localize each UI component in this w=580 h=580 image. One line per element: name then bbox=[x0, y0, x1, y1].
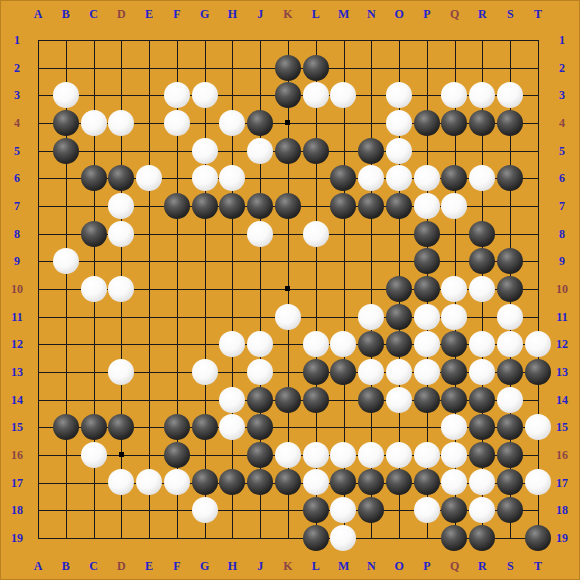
cell-P3[interactable] bbox=[413, 81, 441, 109]
cell-T16[interactable] bbox=[524, 441, 552, 469]
cell-A11[interactable] bbox=[24, 303, 52, 331]
cell-K3[interactable] bbox=[274, 81, 302, 109]
cell-R9[interactable] bbox=[468, 247, 496, 275]
cell-L19[interactable] bbox=[302, 524, 330, 552]
cell-T17[interactable] bbox=[524, 469, 552, 497]
cell-D4[interactable] bbox=[107, 109, 135, 137]
cell-O2[interactable] bbox=[385, 54, 413, 82]
cell-L6[interactable] bbox=[302, 164, 330, 192]
cell-C4[interactable] bbox=[80, 109, 108, 137]
cell-S14[interactable] bbox=[496, 386, 524, 414]
cell-G18[interactable] bbox=[191, 496, 219, 524]
cell-G17[interactable] bbox=[191, 469, 219, 497]
cell-T3[interactable] bbox=[524, 81, 552, 109]
cell-H16[interactable] bbox=[218, 441, 246, 469]
cell-S8[interactable] bbox=[496, 220, 524, 248]
cell-M14[interactable] bbox=[330, 386, 358, 414]
cell-K10[interactable] bbox=[274, 275, 302, 303]
cell-N16[interactable] bbox=[357, 441, 385, 469]
cell-K4[interactable] bbox=[274, 109, 302, 137]
cell-R1[interactable] bbox=[468, 26, 496, 54]
cell-C2[interactable] bbox=[80, 54, 108, 82]
cell-K16[interactable] bbox=[274, 441, 302, 469]
cell-G14[interactable] bbox=[191, 386, 219, 414]
cell-O8[interactable] bbox=[385, 220, 413, 248]
cell-E12[interactable] bbox=[135, 330, 163, 358]
cell-D2[interactable] bbox=[107, 54, 135, 82]
cell-L2[interactable] bbox=[302, 54, 330, 82]
cell-G1[interactable] bbox=[191, 26, 219, 54]
cell-G9[interactable] bbox=[191, 247, 219, 275]
cell-N12[interactable] bbox=[357, 330, 385, 358]
cell-T6[interactable] bbox=[524, 164, 552, 192]
cell-E14[interactable] bbox=[135, 386, 163, 414]
cell-K17[interactable] bbox=[274, 469, 302, 497]
cell-J10[interactable] bbox=[246, 275, 274, 303]
cell-K13[interactable] bbox=[274, 358, 302, 386]
cell-J6[interactable] bbox=[246, 164, 274, 192]
cell-M11[interactable] bbox=[330, 303, 358, 331]
cell-Q17[interactable] bbox=[441, 469, 469, 497]
cell-A12[interactable] bbox=[24, 330, 52, 358]
cell-R3[interactable] bbox=[468, 81, 496, 109]
cell-H17[interactable] bbox=[218, 469, 246, 497]
cell-J12[interactable] bbox=[246, 330, 274, 358]
cell-O16[interactable] bbox=[385, 441, 413, 469]
cell-R12[interactable] bbox=[468, 330, 496, 358]
cell-K5[interactable] bbox=[274, 137, 302, 165]
cell-S18[interactable] bbox=[496, 496, 524, 524]
cell-F17[interactable] bbox=[163, 469, 191, 497]
cell-F10[interactable] bbox=[163, 275, 191, 303]
cell-G13[interactable] bbox=[191, 358, 219, 386]
cell-J17[interactable] bbox=[246, 469, 274, 497]
cell-Q14[interactable] bbox=[441, 386, 469, 414]
cell-D12[interactable] bbox=[107, 330, 135, 358]
cell-B8[interactable] bbox=[52, 220, 80, 248]
cell-M2[interactable] bbox=[330, 54, 358, 82]
cell-H4[interactable] bbox=[218, 109, 246, 137]
cell-F18[interactable] bbox=[163, 496, 191, 524]
cell-E4[interactable] bbox=[135, 109, 163, 137]
cell-J18[interactable] bbox=[246, 496, 274, 524]
cell-H6[interactable] bbox=[218, 164, 246, 192]
cell-E6[interactable] bbox=[135, 164, 163, 192]
cell-S9[interactable] bbox=[496, 247, 524, 275]
cell-F16[interactable] bbox=[163, 441, 191, 469]
cell-A14[interactable] bbox=[24, 386, 52, 414]
cell-M4[interactable] bbox=[330, 109, 358, 137]
cell-P13[interactable] bbox=[413, 358, 441, 386]
cell-A2[interactable] bbox=[24, 54, 52, 82]
cell-C3[interactable] bbox=[80, 81, 108, 109]
cell-M15[interactable] bbox=[330, 413, 358, 441]
cell-N1[interactable] bbox=[357, 26, 385, 54]
cell-T8[interactable] bbox=[524, 220, 552, 248]
cell-P11[interactable] bbox=[413, 303, 441, 331]
cell-T19[interactable] bbox=[524, 524, 552, 552]
cell-L5[interactable] bbox=[302, 137, 330, 165]
cell-C10[interactable] bbox=[80, 275, 108, 303]
cell-Q18[interactable] bbox=[441, 496, 469, 524]
cell-R7[interactable] bbox=[468, 192, 496, 220]
cell-P19[interactable] bbox=[413, 524, 441, 552]
cell-A19[interactable] bbox=[24, 524, 52, 552]
cell-P14[interactable] bbox=[413, 386, 441, 414]
cell-T14[interactable] bbox=[524, 386, 552, 414]
cell-T13[interactable] bbox=[524, 358, 552, 386]
cell-C19[interactable] bbox=[80, 524, 108, 552]
cell-M9[interactable] bbox=[330, 247, 358, 275]
cell-B4[interactable] bbox=[52, 109, 80, 137]
cell-M19[interactable] bbox=[330, 524, 358, 552]
cell-F8[interactable] bbox=[163, 220, 191, 248]
cell-K12[interactable] bbox=[274, 330, 302, 358]
cell-P18[interactable] bbox=[413, 496, 441, 524]
cell-K11[interactable] bbox=[274, 303, 302, 331]
cell-L12[interactable] bbox=[302, 330, 330, 358]
cell-S10[interactable] bbox=[496, 275, 524, 303]
cell-C6[interactable] bbox=[80, 164, 108, 192]
cell-R2[interactable] bbox=[468, 54, 496, 82]
cell-H12[interactable] bbox=[218, 330, 246, 358]
cell-Q16[interactable] bbox=[441, 441, 469, 469]
cell-P6[interactable] bbox=[413, 164, 441, 192]
cell-F5[interactable] bbox=[163, 137, 191, 165]
cell-Q12[interactable] bbox=[441, 330, 469, 358]
cell-K9[interactable] bbox=[274, 247, 302, 275]
cell-N6[interactable] bbox=[357, 164, 385, 192]
cell-B1[interactable] bbox=[52, 26, 80, 54]
cell-A18[interactable] bbox=[24, 496, 52, 524]
cell-K19[interactable] bbox=[274, 524, 302, 552]
cell-E10[interactable] bbox=[135, 275, 163, 303]
cell-N19[interactable] bbox=[357, 524, 385, 552]
cell-K7[interactable] bbox=[274, 192, 302, 220]
cell-L3[interactable] bbox=[302, 81, 330, 109]
cell-S4[interactable] bbox=[496, 109, 524, 137]
cell-Q19[interactable] bbox=[441, 524, 469, 552]
cell-G7[interactable] bbox=[191, 192, 219, 220]
cell-D16[interactable] bbox=[107, 441, 135, 469]
cell-T11[interactable] bbox=[524, 303, 552, 331]
cell-P9[interactable] bbox=[413, 247, 441, 275]
cell-A17[interactable] bbox=[24, 469, 52, 497]
cell-D10[interactable] bbox=[107, 275, 135, 303]
cell-C12[interactable] bbox=[80, 330, 108, 358]
cell-H2[interactable] bbox=[218, 54, 246, 82]
cell-A6[interactable] bbox=[24, 164, 52, 192]
cell-S11[interactable] bbox=[496, 303, 524, 331]
cell-J5[interactable] bbox=[246, 137, 274, 165]
cell-H1[interactable] bbox=[218, 26, 246, 54]
cell-O3[interactable] bbox=[385, 81, 413, 109]
cell-N4[interactable] bbox=[357, 109, 385, 137]
cell-O7[interactable] bbox=[385, 192, 413, 220]
cell-O12[interactable] bbox=[385, 330, 413, 358]
cell-L10[interactable] bbox=[302, 275, 330, 303]
cell-Q11[interactable] bbox=[441, 303, 469, 331]
cell-M16[interactable] bbox=[330, 441, 358, 469]
cell-M1[interactable] bbox=[330, 26, 358, 54]
cell-T12[interactable] bbox=[524, 330, 552, 358]
cell-F13[interactable] bbox=[163, 358, 191, 386]
cell-N14[interactable] bbox=[357, 386, 385, 414]
cell-E9[interactable] bbox=[135, 247, 163, 275]
cell-A9[interactable] bbox=[24, 247, 52, 275]
cell-D1[interactable] bbox=[107, 26, 135, 54]
cell-S19[interactable] bbox=[496, 524, 524, 552]
cell-G6[interactable] bbox=[191, 164, 219, 192]
cell-B14[interactable] bbox=[52, 386, 80, 414]
cell-Q7[interactable] bbox=[441, 192, 469, 220]
cell-O14[interactable] bbox=[385, 386, 413, 414]
cell-T2[interactable] bbox=[524, 54, 552, 82]
cell-D5[interactable] bbox=[107, 137, 135, 165]
cell-J11[interactable] bbox=[246, 303, 274, 331]
cell-S1[interactable] bbox=[496, 26, 524, 54]
cell-N8[interactable] bbox=[357, 220, 385, 248]
cell-B9[interactable] bbox=[52, 247, 80, 275]
cell-E8[interactable] bbox=[135, 220, 163, 248]
cell-J9[interactable] bbox=[246, 247, 274, 275]
cell-H9[interactable] bbox=[218, 247, 246, 275]
cell-S15[interactable] bbox=[496, 413, 524, 441]
cell-N18[interactable] bbox=[357, 496, 385, 524]
cell-T7[interactable] bbox=[524, 192, 552, 220]
cell-N11[interactable] bbox=[357, 303, 385, 331]
cell-H19[interactable] bbox=[218, 524, 246, 552]
cell-P16[interactable] bbox=[413, 441, 441, 469]
cell-P1[interactable] bbox=[413, 26, 441, 54]
cell-P2[interactable] bbox=[413, 54, 441, 82]
cell-B11[interactable] bbox=[52, 303, 80, 331]
cell-M5[interactable] bbox=[330, 137, 358, 165]
cell-O18[interactable] bbox=[385, 496, 413, 524]
cell-N13[interactable] bbox=[357, 358, 385, 386]
cell-B16[interactable] bbox=[52, 441, 80, 469]
cell-N2[interactable] bbox=[357, 54, 385, 82]
cell-N17[interactable] bbox=[357, 469, 385, 497]
cell-L9[interactable] bbox=[302, 247, 330, 275]
cell-L7[interactable] bbox=[302, 192, 330, 220]
cell-F19[interactable] bbox=[163, 524, 191, 552]
cell-D19[interactable] bbox=[107, 524, 135, 552]
cell-D15[interactable] bbox=[107, 413, 135, 441]
cell-L13[interactable] bbox=[302, 358, 330, 386]
cell-G16[interactable] bbox=[191, 441, 219, 469]
cell-S16[interactable] bbox=[496, 441, 524, 469]
cell-O6[interactable] bbox=[385, 164, 413, 192]
cell-T4[interactable] bbox=[524, 109, 552, 137]
cell-B5[interactable] bbox=[52, 137, 80, 165]
cell-K1[interactable] bbox=[274, 26, 302, 54]
cell-D11[interactable] bbox=[107, 303, 135, 331]
cell-N3[interactable] bbox=[357, 81, 385, 109]
cell-B19[interactable] bbox=[52, 524, 80, 552]
cell-A1[interactable] bbox=[24, 26, 52, 54]
cell-F15[interactable] bbox=[163, 413, 191, 441]
cell-G15[interactable] bbox=[191, 413, 219, 441]
cell-O4[interactable] bbox=[385, 109, 413, 137]
cell-E11[interactable] bbox=[135, 303, 163, 331]
cell-H10[interactable] bbox=[218, 275, 246, 303]
cell-G5[interactable] bbox=[191, 137, 219, 165]
cell-H14[interactable] bbox=[218, 386, 246, 414]
cell-K2[interactable] bbox=[274, 54, 302, 82]
cell-F12[interactable] bbox=[163, 330, 191, 358]
cell-B13[interactable] bbox=[52, 358, 80, 386]
cell-M10[interactable] bbox=[330, 275, 358, 303]
cell-M8[interactable] bbox=[330, 220, 358, 248]
cell-T10[interactable] bbox=[524, 275, 552, 303]
cell-Q1[interactable] bbox=[441, 26, 469, 54]
cell-R13[interactable] bbox=[468, 358, 496, 386]
cell-K6[interactable] bbox=[274, 164, 302, 192]
cell-S17[interactable] bbox=[496, 469, 524, 497]
cell-B2[interactable] bbox=[52, 54, 80, 82]
cell-E18[interactable] bbox=[135, 496, 163, 524]
cell-A4[interactable] bbox=[24, 109, 52, 137]
cell-Q15[interactable] bbox=[441, 413, 469, 441]
cell-R15[interactable] bbox=[468, 413, 496, 441]
cell-P12[interactable] bbox=[413, 330, 441, 358]
cell-Q4[interactable] bbox=[441, 109, 469, 137]
cell-P15[interactable] bbox=[413, 413, 441, 441]
cell-E13[interactable] bbox=[135, 358, 163, 386]
cell-B10[interactable] bbox=[52, 275, 80, 303]
cell-O5[interactable] bbox=[385, 137, 413, 165]
cell-R10[interactable] bbox=[468, 275, 496, 303]
cell-Q3[interactable] bbox=[441, 81, 469, 109]
cell-D3[interactable] bbox=[107, 81, 135, 109]
cell-J2[interactable] bbox=[246, 54, 274, 82]
cell-F11[interactable] bbox=[163, 303, 191, 331]
cell-A15[interactable] bbox=[24, 413, 52, 441]
cell-Q2[interactable] bbox=[441, 54, 469, 82]
cell-R19[interactable] bbox=[468, 524, 496, 552]
cell-A5[interactable] bbox=[24, 137, 52, 165]
cell-E5[interactable] bbox=[135, 137, 163, 165]
cell-O17[interactable] bbox=[385, 469, 413, 497]
cell-R8[interactable] bbox=[468, 220, 496, 248]
cell-B15[interactable] bbox=[52, 413, 80, 441]
cell-T18[interactable] bbox=[524, 496, 552, 524]
cell-R14[interactable] bbox=[468, 386, 496, 414]
cell-G3[interactable] bbox=[191, 81, 219, 109]
cell-B6[interactable] bbox=[52, 164, 80, 192]
cell-C7[interactable] bbox=[80, 192, 108, 220]
cell-Q9[interactable] bbox=[441, 247, 469, 275]
cell-K14[interactable] bbox=[274, 386, 302, 414]
cell-F7[interactable] bbox=[163, 192, 191, 220]
cell-G2[interactable] bbox=[191, 54, 219, 82]
cell-O1[interactable] bbox=[385, 26, 413, 54]
cell-D6[interactable] bbox=[107, 164, 135, 192]
cell-L11[interactable] bbox=[302, 303, 330, 331]
cell-L14[interactable] bbox=[302, 386, 330, 414]
cell-J1[interactable] bbox=[246, 26, 274, 54]
cell-E7[interactable] bbox=[135, 192, 163, 220]
cell-S5[interactable] bbox=[496, 137, 524, 165]
cell-M13[interactable] bbox=[330, 358, 358, 386]
cell-L15[interactable] bbox=[302, 413, 330, 441]
cell-J8[interactable] bbox=[246, 220, 274, 248]
cell-M7[interactable] bbox=[330, 192, 358, 220]
cell-R17[interactable] bbox=[468, 469, 496, 497]
cell-B18[interactable] bbox=[52, 496, 80, 524]
cell-B17[interactable] bbox=[52, 469, 80, 497]
cell-S12[interactable] bbox=[496, 330, 524, 358]
cell-A10[interactable] bbox=[24, 275, 52, 303]
cell-A16[interactable] bbox=[24, 441, 52, 469]
cell-J7[interactable] bbox=[246, 192, 274, 220]
cell-D17[interactable] bbox=[107, 469, 135, 497]
cell-F3[interactable] bbox=[163, 81, 191, 109]
cell-C9[interactable] bbox=[80, 247, 108, 275]
cell-P4[interactable] bbox=[413, 109, 441, 137]
cell-E19[interactable] bbox=[135, 524, 163, 552]
cell-C5[interactable] bbox=[80, 137, 108, 165]
cell-F6[interactable] bbox=[163, 164, 191, 192]
cell-A7[interactable] bbox=[24, 192, 52, 220]
cell-D13[interactable] bbox=[107, 358, 135, 386]
cell-R4[interactable] bbox=[468, 109, 496, 137]
cell-G12[interactable] bbox=[191, 330, 219, 358]
cell-P10[interactable] bbox=[413, 275, 441, 303]
cell-O19[interactable] bbox=[385, 524, 413, 552]
cell-H18[interactable] bbox=[218, 496, 246, 524]
cell-B12[interactable] bbox=[52, 330, 80, 358]
cell-O15[interactable] bbox=[385, 413, 413, 441]
cell-G4[interactable] bbox=[191, 109, 219, 137]
cell-S2[interactable] bbox=[496, 54, 524, 82]
cell-S13[interactable] bbox=[496, 358, 524, 386]
cell-D18[interactable] bbox=[107, 496, 135, 524]
cell-L1[interactable] bbox=[302, 26, 330, 54]
cell-O13[interactable] bbox=[385, 358, 413, 386]
cell-R18[interactable] bbox=[468, 496, 496, 524]
cell-K18[interactable] bbox=[274, 496, 302, 524]
cell-C14[interactable] bbox=[80, 386, 108, 414]
cell-D9[interactable] bbox=[107, 247, 135, 275]
cell-Q6[interactable] bbox=[441, 164, 469, 192]
cell-N5[interactable] bbox=[357, 137, 385, 165]
cell-C16[interactable] bbox=[80, 441, 108, 469]
cell-Q13[interactable] bbox=[441, 358, 469, 386]
cell-J4[interactable] bbox=[246, 109, 274, 137]
cell-M17[interactable] bbox=[330, 469, 358, 497]
cell-G8[interactable] bbox=[191, 220, 219, 248]
cell-E17[interactable] bbox=[135, 469, 163, 497]
cell-L4[interactable] bbox=[302, 109, 330, 137]
cell-J14[interactable] bbox=[246, 386, 274, 414]
cell-P5[interactable] bbox=[413, 137, 441, 165]
cell-T15[interactable] bbox=[524, 413, 552, 441]
cell-N7[interactable] bbox=[357, 192, 385, 220]
cell-N10[interactable] bbox=[357, 275, 385, 303]
cell-Q5[interactable] bbox=[441, 137, 469, 165]
cell-M18[interactable] bbox=[330, 496, 358, 524]
cell-C17[interactable] bbox=[80, 469, 108, 497]
cell-N9[interactable] bbox=[357, 247, 385, 275]
cell-Q8[interactable] bbox=[441, 220, 469, 248]
cell-H5[interactable] bbox=[218, 137, 246, 165]
cell-B7[interactable] bbox=[52, 192, 80, 220]
cell-N15[interactable] bbox=[357, 413, 385, 441]
cell-E2[interactable] bbox=[135, 54, 163, 82]
cell-D8[interactable] bbox=[107, 220, 135, 248]
